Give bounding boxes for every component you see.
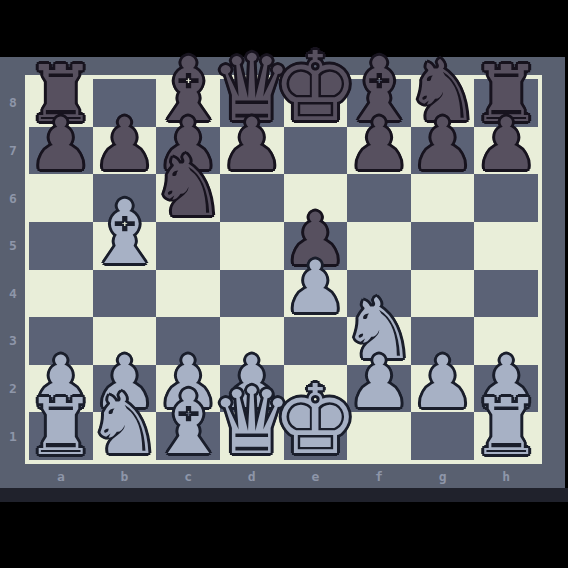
white-rook-glyph: ♜ xyxy=(471,397,541,458)
piece-black-pawn-d7[interactable]: ♟ xyxy=(220,32,284,172)
piece-black-pawn-f7[interactable]: ♟ xyxy=(347,32,411,172)
square-a5[interactable] xyxy=(29,222,93,270)
rank-label-4: 4 xyxy=(0,270,26,318)
rank-label-7: 7 xyxy=(0,127,26,175)
piece-white-pawn-e4[interactable]: ♟ xyxy=(284,175,348,315)
piece-black-knight-c6[interactable]: ♞ xyxy=(156,80,220,220)
piece-white-rook-h1[interactable]: ♜ xyxy=(474,318,538,458)
white-rook-glyph: ♜ xyxy=(26,397,96,458)
piece-white-knight-b1[interactable]: ♞ xyxy=(93,318,157,458)
piece-black-pawn-a7[interactable]: ♟ xyxy=(29,32,93,172)
chess-app: 87654321 abcdefgh ♜♝♛♚♝♞♜♟♟♟♟♟♟♟♞♟♝♟♞♟♟♟… xyxy=(0,0,568,568)
piece-white-king-e1[interactable]: ♚ xyxy=(284,318,348,458)
piece-black-pawn-g7[interactable]: ♟ xyxy=(411,32,475,172)
white-bishop-glyph: ♝ xyxy=(85,199,164,268)
black-pawn-glyph: ♟ xyxy=(29,116,94,172)
rank-label-8: 8 xyxy=(0,79,26,127)
white-king-glyph: ♚ xyxy=(272,383,358,458)
file-label-g: g xyxy=(411,464,475,488)
piece-black-king-e8[interactable]: ♚ xyxy=(284,0,348,125)
square-g5[interactable] xyxy=(411,222,475,270)
rank-labels: 87654321 xyxy=(0,79,26,460)
black-pawn-glyph: ♟ xyxy=(219,116,284,172)
rank-label-1: 1 xyxy=(0,412,26,460)
square-h5[interactable] xyxy=(474,222,538,270)
piece-white-rook-a1[interactable]: ♜ xyxy=(29,318,93,458)
black-pawn-glyph: ♟ xyxy=(474,116,539,172)
rank-label-3: 3 xyxy=(0,317,26,365)
black-pawn-glyph: ♟ xyxy=(347,116,412,172)
board-bottom-strip xyxy=(0,488,568,502)
white-pawn-glyph: ♟ xyxy=(410,354,475,410)
rank-label-5: 5 xyxy=(0,222,26,270)
black-pawn-glyph: ♟ xyxy=(410,116,475,172)
white-pawn-glyph: ♟ xyxy=(283,259,348,315)
rank-label-2: 2 xyxy=(0,365,26,413)
piece-white-bishop-b5[interactable]: ♝ xyxy=(93,128,157,268)
piece-black-pawn-h7[interactable]: ♟ xyxy=(474,32,538,172)
rank-label-6: 6 xyxy=(0,174,26,222)
piece-white-pawn-g2[interactable]: ♟ xyxy=(411,270,475,410)
square-d5[interactable] xyxy=(220,222,284,270)
